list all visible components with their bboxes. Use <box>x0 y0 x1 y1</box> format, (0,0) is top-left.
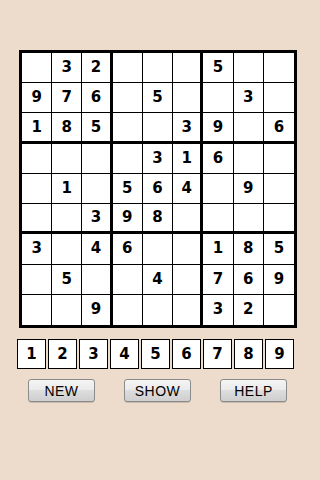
cell-r9c6[interactable] <box>173 295 203 325</box>
cell-r1c8[interactable] <box>234 53 264 83</box>
cell-r9c3[interactable]: 9 <box>82 295 112 325</box>
cell-r6c6[interactable] <box>173 204 203 234</box>
cell-r9c1[interactable] <box>22 295 52 325</box>
cell-r8c4[interactable] <box>113 265 143 295</box>
number-button-9[interactable]: 9 <box>265 339 294 369</box>
cell-r8c8[interactable]: 6 <box>234 265 264 295</box>
cell-r3c6[interactable]: 3 <box>173 113 203 143</box>
cell-r9c2[interactable] <box>52 295 82 325</box>
cell-r2c1[interactable]: 9 <box>22 83 52 113</box>
cell-r6c4[interactable]: 9 <box>113 204 143 234</box>
cell-r9c7[interactable]: 3 <box>203 295 233 325</box>
cell-r6c9[interactable] <box>264 204 294 234</box>
cell-r8c3[interactable] <box>82 265 112 295</box>
cell-r9c5[interactable] <box>143 295 173 325</box>
help-button[interactable]: HELP <box>220 379 287 402</box>
cell-r7c9[interactable]: 5 <box>264 234 294 264</box>
cell-r1c2[interactable]: 3 <box>52 53 82 83</box>
cell-r5c9[interactable] <box>264 174 294 204</box>
cell-r8c1[interactable] <box>22 265 52 295</box>
number-button-2[interactable]: 2 <box>48 339 77 369</box>
cell-r9c4[interactable] <box>113 295 143 325</box>
cell-r2c6[interactable] <box>173 83 203 113</box>
cell-r4c8[interactable] <box>234 144 264 174</box>
cell-r2c8[interactable]: 3 <box>234 83 264 113</box>
cell-r7c5[interactable] <box>143 234 173 264</box>
cell-r2c4[interactable] <box>113 83 143 113</box>
cell-r8c5[interactable]: 4 <box>143 265 173 295</box>
number-button-4[interactable]: 4 <box>110 339 139 369</box>
cell-r1c5[interactable] <box>143 53 173 83</box>
number-button-8[interactable]: 8 <box>234 339 263 369</box>
cell-r5c7[interactable] <box>203 174 233 204</box>
new-button[interactable]: NEW <box>28 379 95 402</box>
cell-r4c9[interactable] <box>264 144 294 174</box>
toolbar: NEW SHOW HELP <box>28 379 287 402</box>
cell-r1c4[interactable] <box>113 53 143 83</box>
cell-r7c8[interactable]: 8 <box>234 234 264 264</box>
cell-r5c8[interactable]: 9 <box>234 174 264 204</box>
cell-r7c6[interactable] <box>173 234 203 264</box>
cell-r6c1[interactable] <box>22 204 52 234</box>
cell-r6c3[interactable]: 3 <box>82 204 112 234</box>
cell-r1c9[interactable] <box>264 53 294 83</box>
cell-r7c2[interactable] <box>52 234 82 264</box>
cell-r3c9[interactable]: 6 <box>264 113 294 143</box>
cell-r3c1[interactable]: 1 <box>22 113 52 143</box>
cell-r3c7[interactable]: 9 <box>203 113 233 143</box>
cell-r2c7[interactable] <box>203 83 233 113</box>
cell-r4c7[interactable]: 6 <box>203 144 233 174</box>
cell-r5c3[interactable] <box>82 174 112 204</box>
cell-r7c3[interactable]: 4 <box>82 234 112 264</box>
cell-r5c2[interactable]: 1 <box>52 174 82 204</box>
cell-r1c3[interactable]: 2 <box>82 53 112 83</box>
number-button-3[interactable]: 3 <box>79 339 108 369</box>
number-button-6[interactable]: 6 <box>172 339 201 369</box>
cell-r6c5[interactable]: 8 <box>143 204 173 234</box>
cell-r4c2[interactable] <box>52 144 82 174</box>
cell-r4c3[interactable] <box>82 144 112 174</box>
cell-r8c7[interactable]: 7 <box>203 265 233 295</box>
sudoku-board: 325976531853963161564939834618554769932 <box>19 50 297 328</box>
cell-r8c2[interactable]: 5 <box>52 265 82 295</box>
cell-r4c1[interactable] <box>22 144 52 174</box>
cell-r3c8[interactable] <box>234 113 264 143</box>
cell-r8c6[interactable] <box>173 265 203 295</box>
number-button-7[interactable]: 7 <box>203 339 232 369</box>
cell-r7c4[interactable]: 6 <box>113 234 143 264</box>
cell-r5c6[interactable]: 4 <box>173 174 203 204</box>
cell-r3c5[interactable] <box>143 113 173 143</box>
cell-r9c9[interactable] <box>264 295 294 325</box>
number-button-5[interactable]: 5 <box>141 339 170 369</box>
cell-r6c8[interactable] <box>234 204 264 234</box>
cell-r1c1[interactable] <box>22 53 52 83</box>
cell-r7c1[interactable]: 3 <box>22 234 52 264</box>
cell-r2c9[interactable] <box>264 83 294 113</box>
cell-r5c5[interactable]: 6 <box>143 174 173 204</box>
cell-r3c2[interactable]: 8 <box>52 113 82 143</box>
cell-r1c7[interactable]: 5 <box>203 53 233 83</box>
cell-r1c6[interactable] <box>173 53 203 83</box>
number-bar: 123456789 <box>17 339 294 369</box>
cell-r4c5[interactable]: 3 <box>143 144 173 174</box>
cell-r2c3[interactable]: 6 <box>82 83 112 113</box>
cell-r2c2[interactable]: 7 <box>52 83 82 113</box>
cell-r6c7[interactable] <box>203 204 233 234</box>
cell-r3c3[interactable]: 5 <box>82 113 112 143</box>
cell-r4c6[interactable]: 1 <box>173 144 203 174</box>
cell-r5c4[interactable]: 5 <box>113 174 143 204</box>
show-button[interactable]: SHOW <box>124 379 191 402</box>
cell-r7c7[interactable]: 1 <box>203 234 233 264</box>
cell-r5c1[interactable] <box>22 174 52 204</box>
cell-r6c2[interactable] <box>52 204 82 234</box>
number-button-1[interactable]: 1 <box>17 339 46 369</box>
cell-r4c4[interactable] <box>113 144 143 174</box>
cell-r8c9[interactable]: 9 <box>264 265 294 295</box>
cell-r3c4[interactable] <box>113 113 143 143</box>
cell-r2c5[interactable]: 5 <box>143 83 173 113</box>
cell-r9c8[interactable]: 2 <box>234 295 264 325</box>
